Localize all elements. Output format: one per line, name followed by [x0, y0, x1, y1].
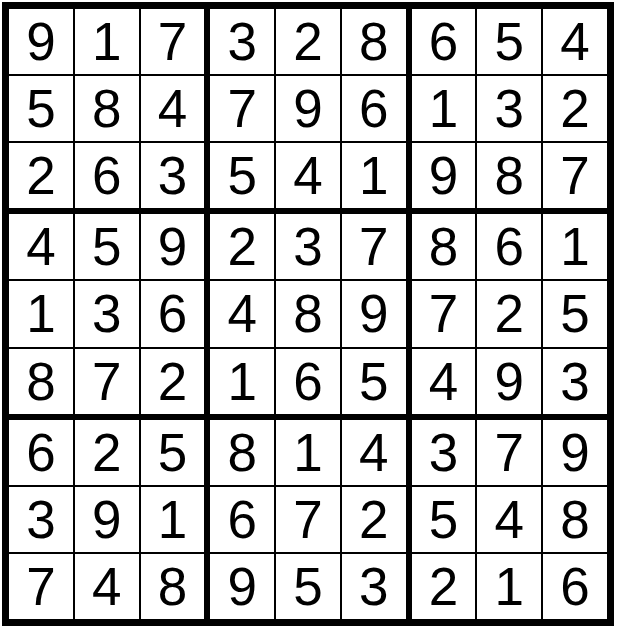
sudoku-cell[interactable]: 7 — [9, 554, 73, 619]
sudoku-cell[interactable]: 6 — [412, 9, 476, 74]
sudoku-cell[interactable]: 5 — [210, 143, 274, 208]
sudoku-cell[interactable]: 8 — [210, 420, 274, 485]
sudoku-cell[interactable]: 5 — [75, 214, 139, 279]
sudoku-cell[interactable]: 9 — [477, 349, 541, 414]
sudoku-cell[interactable]: 8 — [141, 554, 205, 619]
sudoku-cell[interactable]: 3 — [75, 281, 139, 346]
sudoku-cell[interactable]: 2 — [276, 9, 340, 74]
sudoku-cell[interactable]: 1 — [9, 281, 73, 346]
sudoku-cell[interactable]: 3 — [141, 143, 205, 208]
sudoku-box: 861725493 — [412, 214, 607, 413]
sudoku-cell[interactable]: 6 — [141, 281, 205, 346]
sudoku-cell[interactable]: 6 — [342, 76, 406, 141]
sudoku-cell[interactable]: 4 — [210, 281, 274, 346]
sudoku-cell[interactable]: 8 — [342, 9, 406, 74]
sudoku-box: 328796541 — [210, 9, 405, 208]
sudoku-cell[interactable]: 1 — [210, 349, 274, 414]
sudoku-cell[interactable]: 3 — [210, 9, 274, 74]
sudoku-cell[interactable]: 1 — [141, 487, 205, 552]
sudoku-cell[interactable]: 8 — [412, 214, 476, 279]
sudoku-cell[interactable]: 8 — [276, 281, 340, 346]
sudoku-cell[interactable]: 8 — [543, 487, 607, 552]
sudoku-cell[interactable]: 1 — [276, 420, 340, 485]
sudoku-cell[interactable]: 2 — [75, 420, 139, 485]
sudoku-cell[interactable]: 8 — [477, 143, 541, 208]
sudoku-cell[interactable]: 6 — [210, 487, 274, 552]
sudoku-cell[interactable]: 5 — [477, 9, 541, 74]
sudoku-cell[interactable]: 3 — [412, 420, 476, 485]
sudoku-cell[interactable]: 8 — [9, 349, 73, 414]
sudoku-cell[interactable]: 1 — [543, 214, 607, 279]
sudoku-cell[interactable]: 7 — [543, 143, 607, 208]
sudoku-cell[interactable]: 7 — [477, 420, 541, 485]
sudoku-cell[interactable]: 9 — [412, 143, 476, 208]
sudoku-cell[interactable]: 5 — [342, 349, 406, 414]
sudoku-cell[interactable]: 7 — [210, 76, 274, 141]
sudoku-board: 9175842633287965416541329874591368722374… — [2, 2, 614, 626]
sudoku-cell[interactable]: 9 — [141, 214, 205, 279]
sudoku-cell[interactable]: 9 — [75, 487, 139, 552]
sudoku-cell[interactable]: 4 — [543, 9, 607, 74]
sudoku-cell[interactable]: 3 — [477, 76, 541, 141]
sudoku-box: 237489165 — [210, 214, 405, 413]
sudoku-cell[interactable]: 6 — [75, 143, 139, 208]
sudoku-cell[interactable]: 4 — [75, 554, 139, 619]
sudoku-cell[interactable]: 9 — [9, 9, 73, 74]
sudoku-cell[interactable]: 2 — [342, 487, 406, 552]
sudoku-cell[interactable]: 9 — [543, 420, 607, 485]
sudoku-cell[interactable]: 6 — [276, 349, 340, 414]
sudoku-cell[interactable]: 5 — [412, 487, 476, 552]
sudoku-box: 917584263 — [9, 9, 204, 208]
sudoku-cell[interactable]: 3 — [342, 554, 406, 619]
sudoku-cell[interactable]: 1 — [75, 9, 139, 74]
sudoku-cell[interactable]: 5 — [276, 554, 340, 619]
sudoku-cell[interactable]: 4 — [477, 487, 541, 552]
sudoku-box: 379548216 — [412, 420, 607, 619]
sudoku-cell[interactable]: 3 — [276, 214, 340, 279]
sudoku-cell[interactable]: 2 — [141, 349, 205, 414]
sudoku-cell[interactable]: 1 — [412, 76, 476, 141]
sudoku-box: 814672953 — [210, 420, 405, 619]
sudoku-cell[interactable]: 3 — [543, 349, 607, 414]
sudoku-box: 654132987 — [412, 9, 607, 208]
sudoku-cell[interactable]: 9 — [342, 281, 406, 346]
sudoku-cell[interactable]: 6 — [543, 554, 607, 619]
sudoku-cell[interactable]: 2 — [412, 554, 476, 619]
sudoku-cell[interactable]: 4 — [412, 349, 476, 414]
sudoku-cell[interactable]: 6 — [477, 214, 541, 279]
sudoku-cell[interactable]: 4 — [342, 420, 406, 485]
sudoku-cell[interactable]: 7 — [141, 9, 205, 74]
sudoku-cell[interactable]: 5 — [9, 76, 73, 141]
sudoku-cell[interactable]: 4 — [276, 143, 340, 208]
sudoku-cell[interactable]: 5 — [141, 420, 205, 485]
sudoku-cell[interactable]: 3 — [9, 487, 73, 552]
sudoku-cell[interactable]: 5 — [543, 281, 607, 346]
sudoku-box: 459136872 — [9, 214, 204, 413]
sudoku-cell[interactable]: 7 — [342, 214, 406, 279]
sudoku-cell[interactable]: 4 — [141, 76, 205, 141]
sudoku-cell[interactable]: 2 — [9, 143, 73, 208]
sudoku-cell[interactable]: 2 — [477, 281, 541, 346]
sudoku-box: 625391748 — [9, 420, 204, 619]
sudoku-cell[interactable]: 1 — [477, 554, 541, 619]
sudoku-cell[interactable]: 2 — [543, 76, 607, 141]
sudoku-cell[interactable]: 7 — [75, 349, 139, 414]
sudoku-cell[interactable]: 4 — [9, 214, 73, 279]
sudoku-cell[interactable]: 7 — [276, 487, 340, 552]
sudoku-cell[interactable]: 1 — [342, 143, 406, 208]
sudoku-cell[interactable]: 6 — [9, 420, 73, 485]
sudoku-cell[interactable]: 8 — [75, 76, 139, 141]
sudoku-cell[interactable]: 9 — [210, 554, 274, 619]
sudoku-cell[interactable]: 2 — [210, 214, 274, 279]
sudoku-cell[interactable]: 9 — [276, 76, 340, 141]
sudoku-cell[interactable]: 7 — [412, 281, 476, 346]
